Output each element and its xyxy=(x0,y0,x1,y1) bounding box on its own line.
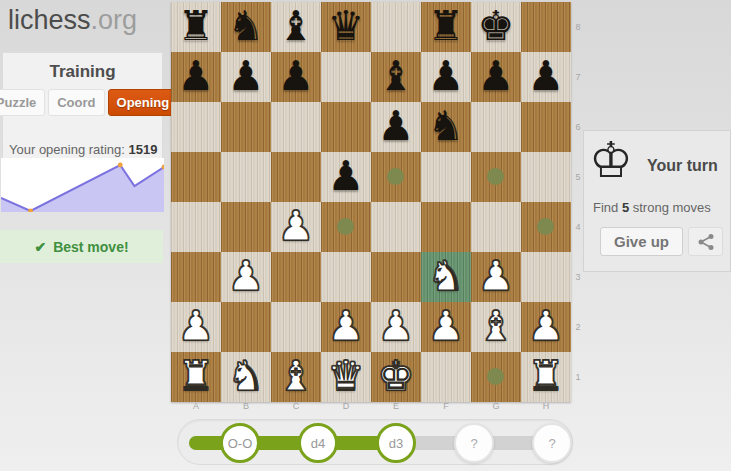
tab-puzzle[interactable]: Puzzle xyxy=(0,89,45,116)
progress-step-4[interactable]: ? xyxy=(454,423,494,463)
chess-board[interactable]: ♜♞♝♛♜♚♟♟♟♝♟♟♟♟♞♟♟♟♞♟♟♟♟♟♝♟♜♞♝♛♚♜ xyxy=(171,2,571,402)
rank-label-7: 7 xyxy=(572,52,584,102)
piece-black-pawn: ♟ xyxy=(171,52,221,102)
square-f4[interactable] xyxy=(421,202,471,252)
rank-label-2: 2 xyxy=(572,302,584,352)
best-move-label: Best move! xyxy=(53,239,128,255)
square-h4[interactable] xyxy=(521,202,571,252)
square-g2[interactable]: ♝ xyxy=(471,302,521,352)
piece-white-knight: ♞ xyxy=(421,252,471,302)
square-h2[interactable]: ♟ xyxy=(521,302,571,352)
square-b4[interactable] xyxy=(221,202,271,252)
lichess-opening-trainer-page: lichess.org Training PuzzleCoordOpening … xyxy=(0,0,731,471)
best-move-banner: ✔ Best move! xyxy=(0,230,163,263)
square-a7[interactable]: ♟ xyxy=(171,52,221,102)
square-g7[interactable]: ♟ xyxy=(471,52,521,102)
logo-name: lichess xyxy=(8,5,91,35)
move-dest-dot-h4 xyxy=(537,218,554,235)
file-label-g: G xyxy=(471,401,521,414)
square-e3[interactable] xyxy=(371,252,421,302)
move-dest-dot-e5 xyxy=(387,168,404,185)
square-d1[interactable]: ♛ xyxy=(321,352,371,402)
square-c1[interactable]: ♝ xyxy=(271,352,321,402)
square-g5[interactable] xyxy=(471,152,521,202)
piece-black-rook: ♜ xyxy=(171,2,221,52)
square-e5[interactable] xyxy=(371,152,421,202)
piece-black-queen: ♛ xyxy=(321,2,371,52)
square-a2[interactable]: ♟ xyxy=(171,302,221,352)
file-labels: ABCDEFGH xyxy=(171,401,571,414)
square-d8[interactable]: ♛ xyxy=(321,2,371,52)
logo-tld: .org xyxy=(91,5,138,35)
square-f6[interactable]: ♞ xyxy=(421,102,471,152)
file-label-b: B xyxy=(221,401,271,414)
training-title: Training xyxy=(3,62,162,82)
piece-white-pawn: ♟ xyxy=(371,302,421,352)
square-h6[interactable] xyxy=(521,102,571,152)
find-moves-text: Find 5 strong moves xyxy=(593,200,711,215)
piece-black-bishop: ♝ xyxy=(371,52,421,102)
square-b2[interactable] xyxy=(221,302,271,352)
give-up-button[interactable]: Give up xyxy=(600,227,683,256)
square-d7[interactable] xyxy=(321,52,371,102)
piece-black-pawn: ♟ xyxy=(421,52,471,102)
moves-progress-bar: O-Od4d3?? xyxy=(177,419,573,465)
piece-black-pawn: ♟ xyxy=(371,102,421,152)
square-h8[interactable] xyxy=(521,2,571,52)
progress-step-3-d3[interactable]: d3 xyxy=(376,423,416,463)
rank-label-8: 8 xyxy=(572,2,584,52)
piece-white-queen: ♛ xyxy=(321,352,371,402)
square-g6[interactable] xyxy=(471,102,521,152)
square-a4[interactable] xyxy=(171,202,221,252)
piece-white-pawn: ♟ xyxy=(471,252,521,302)
square-d6[interactable] xyxy=(321,102,371,152)
square-f8[interactable]: ♜ xyxy=(421,2,471,52)
check-icon: ✔ xyxy=(34,239,46,255)
opening-rating-line: Your opening rating: 1519 xyxy=(9,142,157,157)
progress-step-2-d4[interactable]: d4 xyxy=(298,423,338,463)
rating-value: 1519 xyxy=(129,142,158,157)
piece-black-pawn: ♟ xyxy=(271,52,321,102)
square-f3[interactable]: ♞ xyxy=(421,252,471,302)
piece-black-pawn: ♟ xyxy=(471,52,521,102)
piece-black-pawn: ♟ xyxy=(321,152,371,202)
square-f2[interactable]: ♟ xyxy=(421,302,471,352)
piece-white-pawn: ♟ xyxy=(171,302,221,352)
piece-black-knight: ♞ xyxy=(221,2,271,52)
square-b5[interactable] xyxy=(221,152,271,202)
square-a1[interactable]: ♜ xyxy=(171,352,221,402)
piece-black-pawn: ♟ xyxy=(521,52,571,102)
square-e4[interactable] xyxy=(371,202,421,252)
move-dest-dot-d4 xyxy=(337,218,354,235)
move-dest-dot-g5 xyxy=(487,168,504,185)
training-tabs: PuzzleCoordOpening xyxy=(3,89,162,116)
square-e6[interactable]: ♟ xyxy=(371,102,421,152)
square-b8[interactable]: ♞ xyxy=(221,2,271,52)
progress-step-5[interactable]: ? xyxy=(532,423,572,463)
find-suffix: strong moves xyxy=(629,200,711,215)
square-c7[interactable]: ♟ xyxy=(271,52,321,102)
move-dest-dot-g1 xyxy=(487,368,504,385)
square-d5[interactable]: ♟ xyxy=(321,152,371,202)
square-c3[interactable] xyxy=(271,252,321,302)
square-d4[interactable] xyxy=(321,202,371,252)
white-king-icon: ♔ xyxy=(589,133,633,189)
square-e7[interactable]: ♝ xyxy=(371,52,421,102)
piece-white-bishop: ♝ xyxy=(471,302,521,352)
share-button[interactable] xyxy=(688,227,723,256)
lichess-logo[interactable]: lichess.org xyxy=(8,5,137,36)
tab-coord[interactable]: Coord xyxy=(48,89,104,116)
piece-black-rook: ♜ xyxy=(421,2,471,52)
piece-black-pawn: ♟ xyxy=(221,52,271,102)
square-f5[interactable] xyxy=(421,152,471,202)
rating-chart xyxy=(1,158,164,212)
square-h7[interactable]: ♟ xyxy=(521,52,571,102)
square-d3[interactable] xyxy=(321,252,371,302)
tab-opening[interactable]: Opening xyxy=(108,89,179,116)
piece-white-pawn: ♟ xyxy=(271,202,321,252)
square-f1[interactable] xyxy=(421,352,471,402)
square-g8[interactable]: ♚ xyxy=(471,2,521,52)
square-h3[interactable] xyxy=(521,252,571,302)
square-c4[interactable]: ♟ xyxy=(271,202,321,252)
turn-panel: ♔ Your turn Find 5 strong moves Give up xyxy=(583,130,731,272)
square-a3[interactable] xyxy=(171,252,221,302)
square-e2[interactable]: ♟ xyxy=(371,302,421,352)
square-g1[interactable] xyxy=(471,352,521,402)
piece-white-knight: ♞ xyxy=(221,352,271,402)
square-c2[interactable] xyxy=(271,302,321,352)
square-e8[interactable] xyxy=(371,2,421,52)
square-a5[interactable] xyxy=(171,152,221,202)
file-label-d: D xyxy=(321,401,371,414)
square-b3[interactable]: ♟ xyxy=(221,252,271,302)
piece-white-rook: ♜ xyxy=(171,352,221,402)
file-label-a: A xyxy=(171,401,221,414)
piece-white-rook: ♜ xyxy=(521,352,571,402)
your-turn-label: Your turn xyxy=(647,157,718,175)
square-b7[interactable]: ♟ xyxy=(221,52,271,102)
piece-white-pawn: ♟ xyxy=(421,302,471,352)
piece-white-king: ♚ xyxy=(371,352,421,402)
rating-point xyxy=(118,163,123,168)
rank-label-1: 1 xyxy=(572,352,584,402)
find-prefix: Find xyxy=(593,200,622,215)
piece-black-knight: ♞ xyxy=(421,102,471,152)
training-panel: Training PuzzleCoordOpening Your opening… xyxy=(2,52,163,212)
share-icon xyxy=(696,232,716,252)
square-d2[interactable]: ♟ xyxy=(321,302,371,352)
piece-black-king: ♚ xyxy=(471,2,521,52)
piece-black-bishop: ♝ xyxy=(271,2,321,52)
square-a6[interactable] xyxy=(171,102,221,152)
square-b1[interactable]: ♞ xyxy=(221,352,271,402)
square-c8[interactable]: ♝ xyxy=(271,2,321,52)
square-h1[interactable]: ♜ xyxy=(521,352,571,402)
file-label-e: E xyxy=(371,401,421,414)
square-a8[interactable]: ♜ xyxy=(171,2,221,52)
piece-white-pawn: ♟ xyxy=(321,302,371,352)
piece-white-bishop: ♝ xyxy=(271,352,321,402)
square-g4[interactable] xyxy=(471,202,521,252)
file-label-c: C xyxy=(271,401,321,414)
progress-step-1-O-O[interactable]: O-O xyxy=(220,423,260,463)
square-c6[interactable] xyxy=(271,102,321,152)
square-h5[interactable] xyxy=(521,152,571,202)
piece-white-pawn: ♟ xyxy=(521,302,571,352)
square-f7[interactable]: ♟ xyxy=(421,52,471,102)
turn-panel-buttons: Give up xyxy=(600,227,723,256)
rating-label: Your opening rating: xyxy=(9,142,129,157)
square-e1[interactable]: ♚ xyxy=(371,352,421,402)
file-label-h: H xyxy=(521,401,571,414)
file-label-f: F xyxy=(421,401,471,414)
square-b6[interactable] xyxy=(221,102,271,152)
square-c5[interactable] xyxy=(271,152,321,202)
piece-white-pawn: ♟ xyxy=(221,252,271,302)
square-g3[interactable]: ♟ xyxy=(471,252,521,302)
